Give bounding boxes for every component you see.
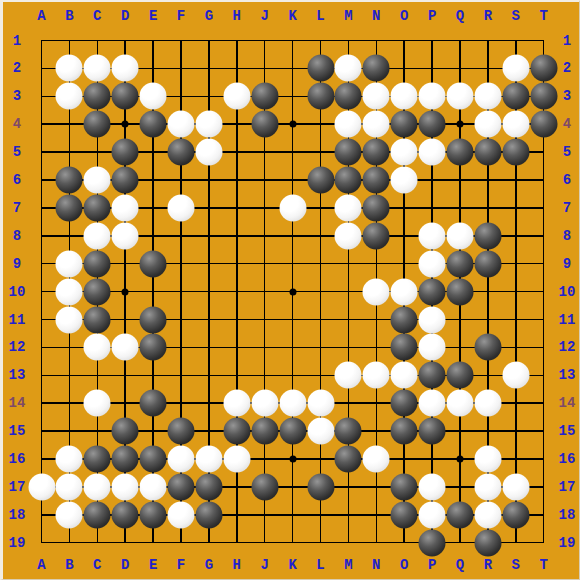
black-stone [530,83,557,110]
column-label-top: R [484,9,492,23]
white-stone [28,473,55,500]
column-label-bottom: H [233,558,241,572]
white-stone [84,167,111,194]
black-stone [307,83,334,110]
black-stone [112,418,139,445]
column-label-bottom: A [37,558,45,572]
black-stone [112,501,139,528]
white-stone [168,446,195,473]
white-stone [474,446,501,473]
column-label-bottom: M [344,558,352,572]
black-stone [530,111,557,138]
column-label-top: Q [456,9,464,23]
column-label-bottom: N [372,558,380,572]
black-stone [279,418,306,445]
row-label-left: 13 [9,368,26,382]
white-stone [419,390,446,417]
black-stone [391,418,418,445]
white-stone [335,55,362,82]
grid-line-horizontal [41,319,545,321]
black-stone [84,278,111,305]
black-stone [307,55,334,82]
column-label-top: B [65,9,73,23]
white-stone [223,446,250,473]
black-stone [447,139,474,166]
row-label-left: 1 [13,34,21,48]
white-stone [112,222,139,249]
black-stone [251,473,278,500]
white-stone [502,362,529,389]
row-label-right: 4 [563,117,571,131]
black-stone [419,418,446,445]
column-label-bottom: S [512,558,520,572]
black-stone [502,501,529,528]
black-stone [391,111,418,138]
black-stone [391,306,418,333]
black-stone [363,55,390,82]
row-label-left: 18 [9,508,26,522]
row-label-right: 10 [559,285,576,299]
black-stone [335,139,362,166]
row-label-right: 9 [563,257,571,271]
black-stone [447,501,474,528]
white-stone [56,473,83,500]
column-label-top: D [121,9,129,23]
black-stone [251,83,278,110]
column-label-bottom: T [539,558,547,572]
white-stone [447,390,474,417]
black-stone [168,418,195,445]
black-stone [335,83,362,110]
white-stone [195,111,222,138]
black-stone [84,306,111,333]
black-stone [84,501,111,528]
black-stone [140,501,167,528]
white-stone [168,501,195,528]
black-stone [363,167,390,194]
black-stone [391,501,418,528]
black-stone [84,83,111,110]
white-stone [419,501,446,528]
row-label-left: 11 [9,313,26,327]
black-stone [251,418,278,445]
black-stone [474,139,501,166]
grid-line-vertical [320,40,322,544]
column-label-bottom: J [260,558,268,572]
white-stone [502,473,529,500]
column-label-top: G [205,9,213,23]
black-stone [502,139,529,166]
row-label-left: 17 [9,480,26,494]
column-label-bottom: R [484,558,492,572]
white-stone [56,83,83,110]
white-stone [335,111,362,138]
black-stone [391,390,418,417]
black-stone [419,362,446,389]
row-label-left: 19 [9,536,26,550]
white-stone [474,473,501,500]
white-stone [168,194,195,221]
go-board[interactable]: AABBCCDDEEFFGGHHJJKKLLMMNNOOPPQQRRSSTT11… [3,2,579,579]
column-label-bottom: K [288,558,296,572]
row-label-left: 9 [13,257,21,271]
column-label-bottom: L [316,558,324,572]
column-label-top: L [316,9,324,23]
black-stone [363,139,390,166]
row-label-left: 3 [13,89,21,103]
white-stone [502,111,529,138]
white-stone [56,278,83,305]
column-label-bottom: B [65,558,73,572]
row-label-right: 7 [563,201,571,215]
black-stone [307,167,334,194]
row-label-right: 17 [559,480,576,494]
black-stone [502,83,529,110]
row-label-right: 13 [559,368,576,382]
white-stone [419,250,446,277]
column-label-bottom: F [177,558,185,572]
black-stone [112,167,139,194]
column-label-bottom: G [205,558,213,572]
white-stone [84,390,111,417]
white-stone [363,278,390,305]
white-stone [56,250,83,277]
white-stone [391,83,418,110]
white-stone [251,390,278,417]
star-point [289,288,296,295]
black-stone [223,418,250,445]
white-stone [223,83,250,110]
row-label-right: 2 [563,61,571,75]
black-stone [140,334,167,361]
black-stone [474,222,501,249]
star-point [122,121,129,128]
black-stone [84,194,111,221]
black-stone [335,167,362,194]
column-label-top: A [37,9,45,23]
white-stone [419,473,446,500]
white-stone [112,55,139,82]
black-stone [140,446,167,473]
row-label-left: 5 [13,145,21,159]
column-label-bottom: D [121,558,129,572]
black-stone [140,306,167,333]
black-stone [112,139,139,166]
column-label-top: O [400,9,408,23]
black-stone [56,194,83,221]
column-label-bottom: Q [456,558,464,572]
row-label-right: 12 [559,340,576,354]
white-stone [56,55,83,82]
white-stone [112,334,139,361]
white-stone [223,390,250,417]
white-stone [502,55,529,82]
row-label-left: 14 [9,396,26,410]
row-label-left: 12 [9,340,26,354]
black-stone [530,55,557,82]
white-stone [168,111,195,138]
black-stone [168,139,195,166]
black-stone [419,111,446,138]
black-stone [140,111,167,138]
column-label-top: K [288,9,296,23]
white-stone [391,278,418,305]
black-stone [419,278,446,305]
black-stone [84,446,111,473]
white-stone [56,501,83,528]
black-stone [447,278,474,305]
column-label-top: J [260,9,268,23]
white-stone [279,390,306,417]
black-stone [195,473,222,500]
black-stone [391,334,418,361]
row-label-right: 18 [559,508,576,522]
black-stone [112,83,139,110]
row-label-left: 8 [13,229,21,243]
black-stone [84,111,111,138]
row-label-left: 4 [13,117,21,131]
row-label-right: 3 [563,89,571,103]
white-stone [307,390,334,417]
black-stone [363,222,390,249]
row-label-right: 1 [563,34,571,48]
row-label-left: 16 [9,452,26,466]
white-stone [363,83,390,110]
white-stone [474,501,501,528]
column-label-top: M [344,9,352,23]
white-stone [335,362,362,389]
white-stone [419,222,446,249]
star-point [457,121,464,128]
white-stone [140,83,167,110]
grid-line-horizontal [41,542,545,544]
row-label-right: 19 [559,536,576,550]
column-label-top: P [428,9,436,23]
black-stone [251,111,278,138]
row-label-left: 6 [13,173,21,187]
column-label-top: E [149,9,157,23]
black-stone [56,167,83,194]
column-label-top: C [93,9,101,23]
row-label-right: 14 [559,396,576,410]
white-stone [391,362,418,389]
row-label-right: 6 [563,173,571,187]
row-label-right: 8 [563,229,571,243]
row-label-right: 15 [559,424,576,438]
column-label-top: F [177,9,185,23]
black-stone [363,194,390,221]
white-stone [474,390,501,417]
white-stone [112,194,139,221]
black-stone [112,446,139,473]
black-stone [419,529,446,556]
row-label-right: 5 [563,145,571,159]
black-stone [474,334,501,361]
white-stone [84,473,111,500]
black-stone [474,250,501,277]
white-stone [419,139,446,166]
black-stone [335,446,362,473]
white-stone [363,362,390,389]
white-stone [447,83,474,110]
column-label-bottom: E [149,558,157,572]
black-stone [168,473,195,500]
star-point [122,288,129,295]
white-stone [419,306,446,333]
white-stone [419,334,446,361]
black-stone [84,250,111,277]
row-label-left: 10 [9,285,26,299]
black-stone [140,250,167,277]
white-stone [474,83,501,110]
white-stone [419,83,446,110]
black-stone [140,390,167,417]
white-stone [307,418,334,445]
white-stone [391,139,418,166]
white-stone [56,446,83,473]
column-label-bottom: O [400,558,408,572]
white-stone [84,222,111,249]
column-label-top: S [512,9,520,23]
black-stone [195,501,222,528]
column-label-top: H [233,9,241,23]
black-stone [391,473,418,500]
black-stone [307,473,334,500]
go-board-window: AABBCCDDEEFFGGHHJJKKLLMMNNOOPPQQRRSSTT11… [0,0,580,580]
white-stone [363,446,390,473]
black-stone [335,418,362,445]
black-stone [447,250,474,277]
white-stone [279,194,306,221]
star-point [289,456,296,463]
star-point [457,456,464,463]
white-stone [84,334,111,361]
white-stone [474,111,501,138]
white-stone [391,167,418,194]
star-point [289,121,296,128]
column-label-bottom: C [93,558,101,572]
white-stone [195,446,222,473]
column-label-bottom: P [428,558,436,572]
white-stone [447,222,474,249]
black-stone [474,529,501,556]
white-stone [363,111,390,138]
row-label-left: 7 [13,201,21,215]
white-stone [140,473,167,500]
white-stone [335,194,362,221]
white-stone [84,55,111,82]
white-stone [335,222,362,249]
white-stone [195,139,222,166]
row-label-right: 11 [559,313,576,327]
row-label-right: 16 [559,452,576,466]
white-stone [112,473,139,500]
column-label-top: T [539,9,547,23]
black-stone [447,362,474,389]
white-stone [56,306,83,333]
row-label-left: 15 [9,424,26,438]
column-label-top: N [372,9,380,23]
row-label-left: 2 [13,61,21,75]
